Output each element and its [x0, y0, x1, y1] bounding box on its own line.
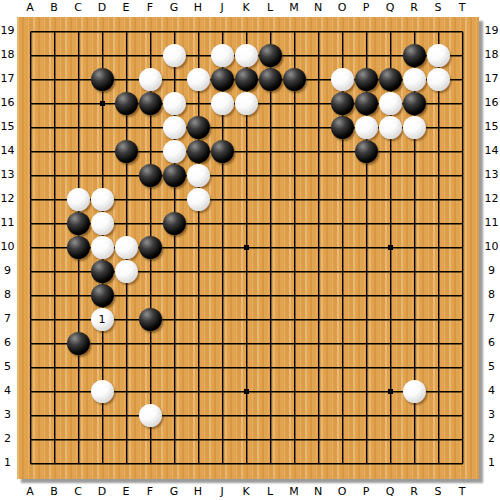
point-D12[interactable] — [90, 187, 114, 211]
point-M3[interactable] — [282, 403, 306, 427]
point-P7[interactable] — [354, 307, 378, 331]
point-L4[interactable] — [258, 379, 282, 403]
point-F1[interactable] — [138, 451, 162, 475]
point-O14[interactable] — [330, 139, 354, 163]
point-M18[interactable] — [282, 43, 306, 67]
point-N6[interactable] — [306, 331, 330, 355]
point-F10[interactable] — [138, 235, 162, 259]
point-S13[interactable] — [426, 163, 450, 187]
point-J7[interactable] — [210, 307, 234, 331]
point-B4[interactable] — [42, 379, 66, 403]
point-H1[interactable] — [186, 451, 210, 475]
point-Q11[interactable] — [378, 211, 402, 235]
point-L1[interactable] — [258, 451, 282, 475]
point-T8[interactable] — [450, 283, 474, 307]
point-M13[interactable] — [282, 163, 306, 187]
point-G9[interactable] — [162, 259, 186, 283]
point-L17[interactable] — [258, 67, 282, 91]
point-E17[interactable] — [114, 67, 138, 91]
point-N18[interactable] — [306, 43, 330, 67]
point-D6[interactable] — [90, 331, 114, 355]
point-B10[interactable] — [42, 235, 66, 259]
point-M4[interactable] — [282, 379, 306, 403]
point-A4[interactable] — [18, 379, 42, 403]
point-B15[interactable] — [42, 115, 66, 139]
point-C16[interactable] — [66, 91, 90, 115]
point-R12[interactable] — [402, 187, 426, 211]
point-D15[interactable] — [90, 115, 114, 139]
point-Q2[interactable] — [378, 427, 402, 451]
point-K14[interactable] — [234, 139, 258, 163]
point-C18[interactable] — [66, 43, 90, 67]
point-P9[interactable] — [354, 259, 378, 283]
point-B18[interactable] — [42, 43, 66, 67]
point-L15[interactable] — [258, 115, 282, 139]
point-N3[interactable] — [306, 403, 330, 427]
point-J10[interactable] — [210, 235, 234, 259]
point-D7[interactable]: 1 — [90, 307, 114, 331]
point-G19[interactable] — [162, 19, 186, 43]
point-K5[interactable] — [234, 355, 258, 379]
point-C7[interactable] — [66, 307, 90, 331]
point-O3[interactable] — [330, 403, 354, 427]
point-T14[interactable] — [450, 139, 474, 163]
point-J12[interactable] — [210, 187, 234, 211]
point-Q19[interactable] — [378, 19, 402, 43]
point-G14[interactable] — [162, 139, 186, 163]
point-A18[interactable] — [18, 43, 42, 67]
point-D16[interactable] — [90, 91, 114, 115]
point-A10[interactable] — [18, 235, 42, 259]
point-N8[interactable] — [306, 283, 330, 307]
point-O18[interactable] — [330, 43, 354, 67]
point-J18[interactable] — [210, 43, 234, 67]
point-K8[interactable] — [234, 283, 258, 307]
point-O10[interactable] — [330, 235, 354, 259]
point-N2[interactable] — [306, 427, 330, 451]
point-H2[interactable] — [186, 427, 210, 451]
point-O4[interactable] — [330, 379, 354, 403]
point-C11[interactable] — [66, 211, 90, 235]
point-L16[interactable] — [258, 91, 282, 115]
point-E2[interactable] — [114, 427, 138, 451]
point-G11[interactable] — [162, 211, 186, 235]
point-R2[interactable] — [402, 427, 426, 451]
point-H13[interactable] — [186, 163, 210, 187]
point-A11[interactable] — [18, 211, 42, 235]
point-L3[interactable] — [258, 403, 282, 427]
point-N19[interactable] — [306, 19, 330, 43]
point-A3[interactable] — [18, 403, 42, 427]
point-B2[interactable] — [42, 427, 66, 451]
point-D2[interactable] — [90, 427, 114, 451]
point-L13[interactable] — [258, 163, 282, 187]
point-K3[interactable] — [234, 403, 258, 427]
point-R19[interactable] — [402, 19, 426, 43]
point-D17[interactable] — [90, 67, 114, 91]
point-O1[interactable] — [330, 451, 354, 475]
point-N16[interactable] — [306, 91, 330, 115]
point-O17[interactable] — [330, 67, 354, 91]
point-T17[interactable] — [450, 67, 474, 91]
point-A1[interactable] — [18, 451, 42, 475]
point-A7[interactable] — [18, 307, 42, 331]
point-K18[interactable] — [234, 43, 258, 67]
point-P17[interactable] — [354, 67, 378, 91]
point-J8[interactable] — [210, 283, 234, 307]
point-H17[interactable] — [186, 67, 210, 91]
point-K11[interactable] — [234, 211, 258, 235]
point-N10[interactable] — [306, 235, 330, 259]
point-S15[interactable] — [426, 115, 450, 139]
point-O12[interactable] — [330, 187, 354, 211]
point-C13[interactable] — [66, 163, 90, 187]
point-Q7[interactable] — [378, 307, 402, 331]
point-L2[interactable] — [258, 427, 282, 451]
point-N9[interactable] — [306, 259, 330, 283]
point-D10[interactable] — [90, 235, 114, 259]
point-J2[interactable] — [210, 427, 234, 451]
point-E19[interactable] — [114, 19, 138, 43]
point-E1[interactable] — [114, 451, 138, 475]
point-T11[interactable] — [450, 211, 474, 235]
point-H10[interactable] — [186, 235, 210, 259]
point-G13[interactable] — [162, 163, 186, 187]
point-S14[interactable] — [426, 139, 450, 163]
point-T12[interactable] — [450, 187, 474, 211]
point-G17[interactable] — [162, 67, 186, 91]
point-G8[interactable] — [162, 283, 186, 307]
point-Q15[interactable] — [378, 115, 402, 139]
point-J5[interactable] — [210, 355, 234, 379]
point-G12[interactable] — [162, 187, 186, 211]
point-P11[interactable] — [354, 211, 378, 235]
point-N17[interactable] — [306, 67, 330, 91]
point-Q1[interactable] — [378, 451, 402, 475]
point-P15[interactable] — [354, 115, 378, 139]
point-T7[interactable] — [450, 307, 474, 331]
point-M6[interactable] — [282, 331, 306, 355]
point-R17[interactable] — [402, 67, 426, 91]
point-B8[interactable] — [42, 283, 66, 307]
point-A9[interactable] — [18, 259, 42, 283]
point-C15[interactable] — [66, 115, 90, 139]
point-Q8[interactable] — [378, 283, 402, 307]
point-J15[interactable] — [210, 115, 234, 139]
point-C10[interactable] — [66, 235, 90, 259]
point-N12[interactable] — [306, 187, 330, 211]
point-B19[interactable] — [42, 19, 66, 43]
point-T1[interactable] — [450, 451, 474, 475]
point-F14[interactable] — [138, 139, 162, 163]
point-B16[interactable] — [42, 91, 66, 115]
point-P4[interactable] — [354, 379, 378, 403]
point-M14[interactable] — [282, 139, 306, 163]
point-F16[interactable] — [138, 91, 162, 115]
point-O13[interactable] — [330, 163, 354, 187]
point-F5[interactable] — [138, 355, 162, 379]
point-T3[interactable] — [450, 403, 474, 427]
point-H6[interactable] — [186, 331, 210, 355]
point-G3[interactable] — [162, 403, 186, 427]
point-M19[interactable] — [282, 19, 306, 43]
point-C1[interactable] — [66, 451, 90, 475]
point-L6[interactable] — [258, 331, 282, 355]
point-A13[interactable] — [18, 163, 42, 187]
point-T13[interactable] — [450, 163, 474, 187]
point-R7[interactable] — [402, 307, 426, 331]
point-B11[interactable] — [42, 211, 66, 235]
point-G2[interactable] — [162, 427, 186, 451]
point-F18[interactable] — [138, 43, 162, 67]
point-P14[interactable] — [354, 139, 378, 163]
point-L18[interactable] — [258, 43, 282, 67]
point-S2[interactable] — [426, 427, 450, 451]
point-G6[interactable] — [162, 331, 186, 355]
point-Q12[interactable] — [378, 187, 402, 211]
point-M7[interactable] — [282, 307, 306, 331]
point-T9[interactable] — [450, 259, 474, 283]
point-B17[interactable] — [42, 67, 66, 91]
point-G18[interactable] — [162, 43, 186, 67]
point-R14[interactable] — [402, 139, 426, 163]
point-O7[interactable] — [330, 307, 354, 331]
point-H15[interactable] — [186, 115, 210, 139]
point-D13[interactable] — [90, 163, 114, 187]
point-Q18[interactable] — [378, 43, 402, 67]
point-H12[interactable] — [186, 187, 210, 211]
point-O11[interactable] — [330, 211, 354, 235]
point-G16[interactable] — [162, 91, 186, 115]
point-P6[interactable] — [354, 331, 378, 355]
point-D4[interactable] — [90, 379, 114, 403]
point-O19[interactable] — [330, 19, 354, 43]
point-P13[interactable] — [354, 163, 378, 187]
point-L11[interactable] — [258, 211, 282, 235]
point-M2[interactable] — [282, 427, 306, 451]
point-P16[interactable] — [354, 91, 378, 115]
point-D9[interactable] — [90, 259, 114, 283]
point-R1[interactable] — [402, 451, 426, 475]
point-D8[interactable] — [90, 283, 114, 307]
point-C19[interactable] — [66, 19, 90, 43]
point-C8[interactable] — [66, 283, 90, 307]
point-N15[interactable] — [306, 115, 330, 139]
point-T4[interactable] — [450, 379, 474, 403]
point-D19[interactable] — [90, 19, 114, 43]
point-D3[interactable] — [90, 403, 114, 427]
point-Q6[interactable] — [378, 331, 402, 355]
point-Q9[interactable] — [378, 259, 402, 283]
point-E8[interactable] — [114, 283, 138, 307]
point-J16[interactable] — [210, 91, 234, 115]
point-O5[interactable] — [330, 355, 354, 379]
point-A6[interactable] — [18, 331, 42, 355]
point-D18[interactable] — [90, 43, 114, 67]
point-S19[interactable] — [426, 19, 450, 43]
point-B3[interactable] — [42, 403, 66, 427]
point-E16[interactable] — [114, 91, 138, 115]
point-O16[interactable] — [330, 91, 354, 115]
point-K16[interactable] — [234, 91, 258, 115]
point-T10[interactable] — [450, 235, 474, 259]
point-N14[interactable] — [306, 139, 330, 163]
point-S1[interactable] — [426, 451, 450, 475]
point-A17[interactable] — [18, 67, 42, 91]
point-A19[interactable] — [18, 19, 42, 43]
point-C4[interactable] — [66, 379, 90, 403]
point-M11[interactable] — [282, 211, 306, 235]
point-B5[interactable] — [42, 355, 66, 379]
point-H16[interactable] — [186, 91, 210, 115]
point-D11[interactable] — [90, 211, 114, 235]
point-E9[interactable] — [114, 259, 138, 283]
point-L12[interactable] — [258, 187, 282, 211]
point-C14[interactable] — [66, 139, 90, 163]
point-Q13[interactable] — [378, 163, 402, 187]
point-B9[interactable] — [42, 259, 66, 283]
point-D1[interactable] — [90, 451, 114, 475]
point-P3[interactable] — [354, 403, 378, 427]
point-F15[interactable] — [138, 115, 162, 139]
point-H7[interactable] — [186, 307, 210, 331]
point-H8[interactable] — [186, 283, 210, 307]
point-B1[interactable] — [42, 451, 66, 475]
point-K4[interactable] — [234, 379, 258, 403]
point-R16[interactable] — [402, 91, 426, 115]
point-R11[interactable] — [402, 211, 426, 235]
point-F2[interactable] — [138, 427, 162, 451]
point-R6[interactable] — [402, 331, 426, 355]
point-H3[interactable] — [186, 403, 210, 427]
point-E14[interactable] — [114, 139, 138, 163]
point-S4[interactable] — [426, 379, 450, 403]
point-G4[interactable] — [162, 379, 186, 403]
point-C6[interactable] — [66, 331, 90, 355]
point-K13[interactable] — [234, 163, 258, 187]
point-F3[interactable] — [138, 403, 162, 427]
point-R15[interactable] — [402, 115, 426, 139]
point-A2[interactable] — [18, 427, 42, 451]
point-L5[interactable] — [258, 355, 282, 379]
point-H14[interactable] — [186, 139, 210, 163]
point-A5[interactable] — [18, 355, 42, 379]
point-S17[interactable] — [426, 67, 450, 91]
point-K19[interactable] — [234, 19, 258, 43]
point-T16[interactable] — [450, 91, 474, 115]
point-C12[interactable] — [66, 187, 90, 211]
point-C3[interactable] — [66, 403, 90, 427]
point-B13[interactable] — [42, 163, 66, 187]
point-H9[interactable] — [186, 259, 210, 283]
point-D5[interactable] — [90, 355, 114, 379]
point-J1[interactable] — [210, 451, 234, 475]
point-T6[interactable] — [450, 331, 474, 355]
point-R4[interactable] — [402, 379, 426, 403]
point-E15[interactable] — [114, 115, 138, 139]
point-M1[interactable] — [282, 451, 306, 475]
point-P19[interactable] — [354, 19, 378, 43]
point-N4[interactable] — [306, 379, 330, 403]
point-C2[interactable] — [66, 427, 90, 451]
point-F13[interactable] — [138, 163, 162, 187]
point-N1[interactable] — [306, 451, 330, 475]
point-K10[interactable] — [234, 235, 258, 259]
point-Q14[interactable] — [378, 139, 402, 163]
point-Q4[interactable] — [378, 379, 402, 403]
point-C5[interactable] — [66, 355, 90, 379]
point-M9[interactable] — [282, 259, 306, 283]
point-S11[interactable] — [426, 211, 450, 235]
point-F17[interactable] — [138, 67, 162, 91]
point-L8[interactable] — [258, 283, 282, 307]
point-H5[interactable] — [186, 355, 210, 379]
point-S12[interactable] — [426, 187, 450, 211]
point-T5[interactable] — [450, 355, 474, 379]
point-F12[interactable] — [138, 187, 162, 211]
point-F19[interactable] — [138, 19, 162, 43]
point-J4[interactable] — [210, 379, 234, 403]
point-M5[interactable] — [282, 355, 306, 379]
point-N13[interactable] — [306, 163, 330, 187]
point-F9[interactable] — [138, 259, 162, 283]
point-S10[interactable] — [426, 235, 450, 259]
point-D14[interactable] — [90, 139, 114, 163]
point-K2[interactable] — [234, 427, 258, 451]
point-O2[interactable] — [330, 427, 354, 451]
point-J3[interactable] — [210, 403, 234, 427]
point-R5[interactable] — [402, 355, 426, 379]
point-E5[interactable] — [114, 355, 138, 379]
point-E10[interactable] — [114, 235, 138, 259]
point-R8[interactable] — [402, 283, 426, 307]
point-A16[interactable] — [18, 91, 42, 115]
point-S9[interactable] — [426, 259, 450, 283]
point-A15[interactable] — [18, 115, 42, 139]
point-K9[interactable] — [234, 259, 258, 283]
point-O6[interactable] — [330, 331, 354, 355]
point-Q3[interactable] — [378, 403, 402, 427]
point-E12[interactable] — [114, 187, 138, 211]
point-E3[interactable] — [114, 403, 138, 427]
point-C17[interactable] — [66, 67, 90, 91]
point-P18[interactable] — [354, 43, 378, 67]
point-J14[interactable] — [210, 139, 234, 163]
point-F6[interactable] — [138, 331, 162, 355]
point-C9[interactable] — [66, 259, 90, 283]
point-H18[interactable] — [186, 43, 210, 67]
point-S3[interactable] — [426, 403, 450, 427]
point-S7[interactable] — [426, 307, 450, 331]
point-B12[interactable] — [42, 187, 66, 211]
point-P8[interactable] — [354, 283, 378, 307]
point-N11[interactable] — [306, 211, 330, 235]
point-F4[interactable] — [138, 379, 162, 403]
point-B7[interactable] — [42, 307, 66, 331]
point-K1[interactable] — [234, 451, 258, 475]
point-J17[interactable] — [210, 67, 234, 91]
point-G10[interactable] — [162, 235, 186, 259]
point-R9[interactable] — [402, 259, 426, 283]
point-R18[interactable] — [402, 43, 426, 67]
point-K15[interactable] — [234, 115, 258, 139]
point-N5[interactable] — [306, 355, 330, 379]
point-J9[interactable] — [210, 259, 234, 283]
point-G1[interactable] — [162, 451, 186, 475]
point-K17[interactable] — [234, 67, 258, 91]
point-Q16[interactable] — [378, 91, 402, 115]
point-R3[interactable] — [402, 403, 426, 427]
